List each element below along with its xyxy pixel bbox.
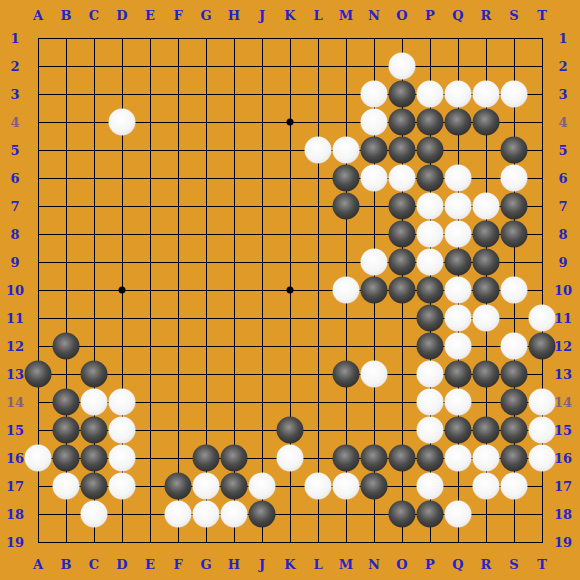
- stone-black[interactable]: [417, 137, 444, 164]
- stone-white[interactable]: [445, 389, 472, 416]
- stone-black[interactable]: [445, 417, 472, 444]
- stone-black[interactable]: [221, 445, 248, 472]
- col-label-bottom-H: H: [228, 558, 240, 571]
- stone-black[interactable]: [25, 361, 52, 388]
- stone-white[interactable]: [417, 81, 444, 108]
- stone-black[interactable]: [389, 501, 416, 528]
- stone-white[interactable]: [361, 81, 388, 108]
- col-label-bottom-J: J: [259, 558, 265, 571]
- stone-white[interactable]: [109, 389, 136, 416]
- row-label-right-14: 14: [554, 396, 572, 409]
- stone-black[interactable]: [389, 81, 416, 108]
- stone-black[interactable]: [473, 109, 500, 136]
- stone-black[interactable]: [277, 417, 304, 444]
- col-label-top-P: P: [425, 9, 435, 22]
- stone-black[interactable]: [445, 249, 472, 276]
- stone-black[interactable]: [389, 249, 416, 276]
- stone-black[interactable]: [473, 417, 500, 444]
- stone-black[interactable]: [389, 109, 416, 136]
- col-label-bottom-M: M: [339, 558, 353, 571]
- stone-black[interactable]: [445, 361, 472, 388]
- stone-black[interactable]: [501, 137, 528, 164]
- stone-white[interactable]: [417, 249, 444, 276]
- col-label-top-H: H: [228, 9, 240, 22]
- stone-white[interactable]: [221, 501, 248, 528]
- row-label-left-17: 17: [6, 480, 24, 493]
- stone-white[interactable]: [389, 165, 416, 192]
- stone-white[interactable]: [501, 333, 528, 360]
- row-label-left-12: 12: [6, 340, 24, 353]
- row-label-left-8: 8: [10, 228, 19, 241]
- stone-black[interactable]: [501, 221, 528, 248]
- stone-white[interactable]: [109, 417, 136, 444]
- stone-white[interactable]: [529, 445, 556, 472]
- row-label-right-12: 12: [554, 340, 572, 353]
- row-label-right-17: 17: [554, 480, 572, 493]
- row-label-right-3: 3: [558, 88, 567, 101]
- stone-black[interactable]: [501, 389, 528, 416]
- col-label-top-S: S: [509, 9, 518, 22]
- col-label-bottom-D: D: [116, 558, 127, 571]
- col-label-top-A: A: [33, 9, 43, 22]
- row-label-right-18: 18: [554, 508, 572, 521]
- stone-black[interactable]: [501, 417, 528, 444]
- stone-black[interactable]: [473, 221, 500, 248]
- stone-black[interactable]: [53, 445, 80, 472]
- col-label-bottom-L: L: [313, 558, 322, 571]
- col-label-top-K: K: [284, 9, 295, 22]
- stone-black[interactable]: [333, 361, 360, 388]
- stone-black[interactable]: [389, 137, 416, 164]
- stone-white[interactable]: [305, 473, 332, 500]
- stone-black[interactable]: [389, 221, 416, 248]
- col-label-bottom-N: N: [368, 558, 380, 571]
- stone-black[interactable]: [529, 333, 556, 360]
- stone-white[interactable]: [445, 333, 472, 360]
- stone-white[interactable]: [25, 445, 52, 472]
- row-label-left-5: 5: [10, 144, 19, 157]
- col-label-bottom-E: E: [145, 558, 155, 571]
- row-label-left-4: 4: [10, 116, 19, 129]
- row-label-right-10: 10: [554, 284, 572, 297]
- col-label-top-E: E: [145, 9, 155, 22]
- stone-white[interactable]: [361, 249, 388, 276]
- col-label-bottom-Q: Q: [452, 558, 463, 571]
- col-label-bottom-T: T: [537, 558, 547, 571]
- stone-white[interactable]: [333, 277, 360, 304]
- row-label-left-1: 1: [10, 32, 19, 45]
- stone-white[interactable]: [501, 165, 528, 192]
- col-label-bottom-R: R: [481, 558, 492, 571]
- col-label-bottom-S: S: [509, 558, 518, 571]
- stone-black[interactable]: [53, 417, 80, 444]
- stone-white[interactable]: [361, 361, 388, 388]
- row-label-right-13: 13: [554, 368, 572, 381]
- col-label-bottom-F: F: [173, 558, 182, 571]
- stone-black[interactable]: [417, 305, 444, 332]
- stone-black[interactable]: [417, 333, 444, 360]
- stone-white[interactable]: [445, 305, 472, 332]
- stone-black[interactable]: [417, 277, 444, 304]
- col-label-bottom-G: G: [200, 558, 211, 571]
- stone-white[interactable]: [109, 473, 136, 500]
- col-label-top-D: D: [116, 9, 127, 22]
- col-label-top-G: G: [200, 9, 211, 22]
- col-label-bottom-C: C: [89, 558, 99, 571]
- stone-white[interactable]: [193, 473, 220, 500]
- stone-white[interactable]: [109, 445, 136, 472]
- stone-black[interactable]: [165, 473, 192, 500]
- stone-black[interactable]: [473, 277, 500, 304]
- stone-black[interactable]: [53, 333, 80, 360]
- row-label-left-14: 14: [6, 396, 24, 409]
- stone-white[interactable]: [445, 165, 472, 192]
- go-board[interactable]: AABBCCDDEEFFGGHHJJKKLLMMNNOOPPQQRRSSTT11…: [0, 0, 580, 580]
- col-label-top-J: J: [259, 9, 265, 22]
- stone-white[interactable]: [193, 501, 220, 528]
- stone-white[interactable]: [473, 81, 500, 108]
- stone-white[interactable]: [81, 389, 108, 416]
- col-label-top-O: O: [396, 9, 407, 22]
- col-label-top-T: T: [537, 9, 547, 22]
- stone-white[interactable]: [277, 445, 304, 472]
- stone-white[interactable]: [361, 109, 388, 136]
- stone-white[interactable]: [445, 221, 472, 248]
- row-label-left-11: 11: [6, 312, 24, 325]
- stone-black[interactable]: [249, 501, 276, 528]
- stone-black[interactable]: [221, 473, 248, 500]
- stone-black[interactable]: [389, 193, 416, 220]
- row-label-right-6: 6: [558, 172, 567, 185]
- stone-white[interactable]: [529, 305, 556, 332]
- row-label-right-8: 8: [558, 228, 567, 241]
- stone-white[interactable]: [529, 417, 556, 444]
- star-point-K4: [287, 119, 294, 126]
- row-label-left-15: 15: [6, 424, 24, 437]
- col-label-bottom-A: A: [33, 558, 43, 571]
- row-label-right-1: 1: [558, 32, 567, 45]
- row-label-left-7: 7: [10, 200, 19, 213]
- star-point-K10: [287, 287, 294, 294]
- row-label-right-11: 11: [554, 312, 572, 325]
- row-label-right-15: 15: [554, 424, 572, 437]
- stone-white[interactable]: [445, 277, 472, 304]
- stone-white[interactable]: [81, 501, 108, 528]
- col-label-top-F: F: [173, 9, 182, 22]
- row-label-left-9: 9: [10, 256, 19, 269]
- stone-white[interactable]: [501, 473, 528, 500]
- col-label-top-M: M: [339, 9, 353, 22]
- stone-white[interactable]: [445, 193, 472, 220]
- stone-black[interactable]: [445, 109, 472, 136]
- stone-white[interactable]: [445, 81, 472, 108]
- stone-black[interactable]: [81, 445, 108, 472]
- row-label-left-6: 6: [10, 172, 19, 185]
- stone-black[interactable]: [81, 361, 108, 388]
- stone-white[interactable]: [473, 305, 500, 332]
- stone-white[interactable]: [529, 389, 556, 416]
- stone-black[interactable]: [501, 445, 528, 472]
- stone-black[interactable]: [193, 445, 220, 472]
- stone-black[interactable]: [81, 417, 108, 444]
- col-label-bottom-O: O: [396, 558, 407, 571]
- col-label-top-L: L: [313, 9, 322, 22]
- stone-black[interactable]: [473, 361, 500, 388]
- stone-white[interactable]: [333, 137, 360, 164]
- stone-black[interactable]: [333, 165, 360, 192]
- stone-black[interactable]: [501, 193, 528, 220]
- col-label-top-Q: Q: [452, 9, 463, 22]
- row-label-left-18: 18: [6, 508, 24, 521]
- row-label-right-5: 5: [558, 144, 567, 157]
- stone-white[interactable]: [53, 473, 80, 500]
- stone-black[interactable]: [361, 473, 388, 500]
- stone-white[interactable]: [109, 109, 136, 136]
- col-label-bottom-K: K: [284, 558, 295, 571]
- col-label-bottom-P: P: [425, 558, 435, 571]
- stone-black[interactable]: [417, 501, 444, 528]
- row-label-left-3: 3: [10, 88, 19, 101]
- row-label-left-2: 2: [10, 60, 19, 73]
- stone-black[interactable]: [361, 137, 388, 164]
- stone-white[interactable]: [473, 193, 500, 220]
- stone-white[interactable]: [417, 221, 444, 248]
- col-label-top-B: B: [61, 9, 72, 22]
- col-label-bottom-B: B: [61, 558, 72, 571]
- stone-white[interactable]: [417, 361, 444, 388]
- row-label-right-19: 19: [554, 536, 572, 549]
- stone-white[interactable]: [165, 501, 192, 528]
- stone-black[interactable]: [389, 445, 416, 472]
- stone-black[interactable]: [417, 445, 444, 472]
- row-label-right-4: 4: [558, 116, 567, 129]
- stone-white[interactable]: [417, 473, 444, 500]
- row-label-right-2: 2: [558, 60, 567, 73]
- stone-white[interactable]: [417, 417, 444, 444]
- stone-black[interactable]: [501, 361, 528, 388]
- stone-white[interactable]: [305, 137, 332, 164]
- stone-white[interactable]: [333, 473, 360, 500]
- stone-black[interactable]: [417, 165, 444, 192]
- col-label-top-N: N: [368, 9, 380, 22]
- stone-black[interactable]: [81, 473, 108, 500]
- row-label-left-13: 13: [6, 368, 24, 381]
- stone-black[interactable]: [417, 109, 444, 136]
- col-label-top-C: C: [89, 9, 99, 22]
- stone-white[interactable]: [249, 473, 276, 500]
- stone-black[interactable]: [361, 445, 388, 472]
- row-label-right-16: 16: [554, 452, 572, 465]
- stone-white[interactable]: [501, 81, 528, 108]
- stone-black[interactable]: [333, 445, 360, 472]
- stone-black[interactable]: [333, 193, 360, 220]
- stone-black[interactable]: [361, 277, 388, 304]
- stone-white[interactable]: [417, 193, 444, 220]
- stone-white[interactable]: [417, 389, 444, 416]
- stone-white[interactable]: [473, 445, 500, 472]
- star-point-D10: [119, 287, 126, 294]
- stone-black[interactable]: [53, 389, 80, 416]
- stone-white[interactable]: [501, 277, 528, 304]
- stone-white[interactable]: [445, 501, 472, 528]
- row-label-left-10: 10: [6, 284, 24, 297]
- row-label-right-9: 9: [558, 256, 567, 269]
- row-label-left-19: 19: [6, 536, 24, 549]
- stone-white[interactable]: [445, 445, 472, 472]
- stone-black[interactable]: [473, 249, 500, 276]
- row-label-right-7: 7: [558, 200, 567, 213]
- stone-white[interactable]: [361, 165, 388, 192]
- row-label-left-16: 16: [6, 452, 24, 465]
- col-label-top-R: R: [481, 9, 492, 22]
- stone-white[interactable]: [389, 53, 416, 80]
- stone-white[interactable]: [473, 473, 500, 500]
- stone-black[interactable]: [389, 277, 416, 304]
